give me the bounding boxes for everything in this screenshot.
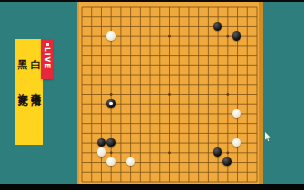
black-stone <box>97 138 106 147</box>
black-stone <box>222 157 231 166</box>
black-stone <box>213 22 222 31</box>
white-stone <box>106 31 115 40</box>
black-player-name: 许家元 <box>17 85 29 90</box>
black-stone <box>213 147 222 156</box>
black-stone <box>106 99 115 108</box>
players-card: 黑 许家元 白 李维清 <box>15 39 43 145</box>
bottom-letterbox-bar <box>0 184 304 190</box>
broadcast-screen: 黑 许家元 白 李维清 LIVE <box>0 0 304 190</box>
white-player-name: 李维清 <box>30 85 42 90</box>
white-player-column: 白 李维清 <box>30 59 42 145</box>
live-badge-label: LIVE <box>43 47 52 70</box>
black-stone <box>232 31 241 40</box>
mouse-cursor-icon <box>265 132 272 141</box>
white-stone <box>106 157 115 166</box>
live-dot-icon <box>46 43 49 46</box>
white-stone <box>97 147 106 156</box>
white-stone <box>232 138 241 147</box>
white-stone <box>232 109 241 118</box>
black-player-column: 黑 许家元 <box>17 59 29 145</box>
go-board[interactable] <box>77 2 263 184</box>
black-stone <box>106 138 115 147</box>
white-color-label: 白 <box>31 59 41 70</box>
white-stone <box>126 157 135 166</box>
last-move-marker <box>109 102 112 105</box>
black-color-label: 黑 <box>18 59 28 70</box>
stone-layer <box>77 2 261 186</box>
live-badge: LIVE <box>41 39 53 79</box>
